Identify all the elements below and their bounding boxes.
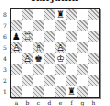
white-pawn-b4[interactable]: ♟♙ xyxy=(22,53,33,64)
white-pawn-a5[interactable]: ♟♙ xyxy=(11,42,22,53)
piece-outline: ♙ xyxy=(11,42,22,53)
square-b6[interactable]: ♜♖ xyxy=(22,31,33,42)
rank-label-5: 5 xyxy=(1,42,9,53)
square-c3[interactable] xyxy=(33,64,44,75)
file-label-c: c xyxy=(33,99,44,106)
rank-label-4: 4 xyxy=(1,53,9,64)
square-a3[interactable] xyxy=(11,64,22,75)
square-b3[interactable] xyxy=(22,64,33,75)
square-f3[interactable] xyxy=(66,64,77,75)
square-g3[interactable] xyxy=(77,64,88,75)
square-f2[interactable] xyxy=(66,75,77,86)
square-d2[interactable] xyxy=(44,75,55,86)
square-g4[interactable] xyxy=(77,53,88,64)
white-bishop-c5[interactable]: ♝♗ xyxy=(33,42,44,53)
file-label-a: a xyxy=(11,99,22,106)
square-e5[interactable]: ♟♙ xyxy=(55,42,66,53)
file-label-g: g xyxy=(77,99,88,106)
square-a8[interactable] xyxy=(11,9,22,20)
square-d3[interactable] xyxy=(44,64,55,75)
square-h6[interactable] xyxy=(88,31,99,42)
square-h7[interactable] xyxy=(88,20,99,31)
square-a6[interactable]: ♟ xyxy=(11,31,22,42)
square-a4[interactable] xyxy=(11,53,22,64)
white-king-e4[interactable]: ♚♔ xyxy=(55,53,66,64)
white-rook-b6[interactable]: ♜♖ xyxy=(22,31,33,42)
file-labels: abcdefgh xyxy=(11,99,99,106)
square-b8[interactable] xyxy=(22,9,33,20)
square-b1[interactable] xyxy=(22,86,33,97)
square-c8[interactable] xyxy=(33,9,44,20)
square-f7[interactable] xyxy=(66,20,77,31)
square-c4[interactable]: ♚ xyxy=(33,53,44,64)
square-e8[interactable]: ♜ xyxy=(55,9,66,20)
black-pawn-a6[interactable]: ♟ xyxy=(11,31,22,42)
file-label-b: b xyxy=(22,99,33,106)
piece-outline: ♙ xyxy=(55,42,66,53)
square-h8[interactable] xyxy=(88,9,99,20)
square-f8[interactable] xyxy=(66,9,77,20)
square-a1[interactable] xyxy=(11,86,22,97)
piece-outline: ♖ xyxy=(22,31,33,42)
file-label-e: e xyxy=(55,99,66,106)
rank-label-2: 2 xyxy=(1,75,9,86)
square-h2[interactable] xyxy=(88,75,99,86)
square-d4[interactable] xyxy=(44,53,55,64)
file-label-d: d xyxy=(44,99,55,106)
square-b7[interactable] xyxy=(22,20,33,31)
square-g5[interactable] xyxy=(77,42,88,53)
square-b5[interactable] xyxy=(22,42,33,53)
square-c6[interactable] xyxy=(33,31,44,42)
square-b4[interactable]: ♟♙ xyxy=(22,53,33,64)
square-g7[interactable] xyxy=(77,20,88,31)
square-c7[interactable] xyxy=(33,20,44,31)
file-label-h: h xyxy=(88,99,99,106)
rank-label-7: 7 xyxy=(1,20,9,31)
square-f5[interactable] xyxy=(66,42,77,53)
square-e3[interactable] xyxy=(55,64,66,75)
rank-labels: 87654321 xyxy=(1,9,9,97)
rank-label-1: 1 xyxy=(1,86,9,97)
square-h5[interactable] xyxy=(88,42,99,53)
piece-outline: ♔ xyxy=(55,53,66,64)
square-e2[interactable] xyxy=(55,75,66,86)
square-a5[interactable]: ♟♙ xyxy=(11,42,22,53)
square-h3[interactable] xyxy=(88,64,99,75)
black-rook-e8[interactable]: ♜ xyxy=(55,9,66,20)
rank-label-8: 8 xyxy=(1,9,9,20)
chess-diagram: Karjakin 87654321 ♜♟♜♖♟♙♝♗♟♙♟♙♚♚♔♜ abcde… xyxy=(0,0,110,106)
square-h4[interactable] xyxy=(88,53,99,64)
square-e1[interactable] xyxy=(55,86,66,97)
square-g6[interactable] xyxy=(77,31,88,42)
square-e6[interactable] xyxy=(55,31,66,42)
square-c2[interactable] xyxy=(33,75,44,86)
square-h1[interactable] xyxy=(88,86,99,97)
square-c5[interactable]: ♝♗ xyxy=(33,42,44,53)
square-g2[interactable] xyxy=(77,75,88,86)
board-frame: ♜♟♜♖♟♙♝♗♟♙♟♙♚♚♔♜ xyxy=(10,8,100,98)
black-rook-f1[interactable]: ♜ xyxy=(66,86,77,97)
black-king-c4[interactable]: ♚ xyxy=(33,53,44,64)
square-d1[interactable] xyxy=(44,86,55,97)
piece-outline: ♙ xyxy=(22,53,33,64)
piece-outline: ♗ xyxy=(33,42,44,53)
square-d7[interactable] xyxy=(44,20,55,31)
square-a7[interactable] xyxy=(11,20,22,31)
square-c1[interactable] xyxy=(33,86,44,97)
square-e4[interactable]: ♚♔ xyxy=(55,53,66,64)
diagram-title: Karjakin xyxy=(0,0,110,3)
white-pawn-e5[interactable]: ♟♙ xyxy=(55,42,66,53)
rank-label-6: 6 xyxy=(1,31,9,42)
square-f1[interactable]: ♜ xyxy=(66,86,77,97)
square-f4[interactable] xyxy=(66,53,77,64)
square-d6[interactable] xyxy=(44,31,55,42)
square-e7[interactable] xyxy=(55,20,66,31)
square-b2[interactable] xyxy=(22,75,33,86)
square-a2[interactable] xyxy=(11,75,22,86)
square-d5[interactable] xyxy=(44,42,55,53)
square-f6[interactable] xyxy=(66,31,77,42)
square-g8[interactable] xyxy=(77,9,88,20)
square-d8[interactable] xyxy=(44,9,55,20)
board: ♜♟♜♖♟♙♝♗♟♙♟♙♚♚♔♜ xyxy=(11,9,99,97)
square-g1[interactable] xyxy=(77,86,88,97)
file-label-f: f xyxy=(66,99,77,106)
rank-label-3: 3 xyxy=(1,64,9,75)
